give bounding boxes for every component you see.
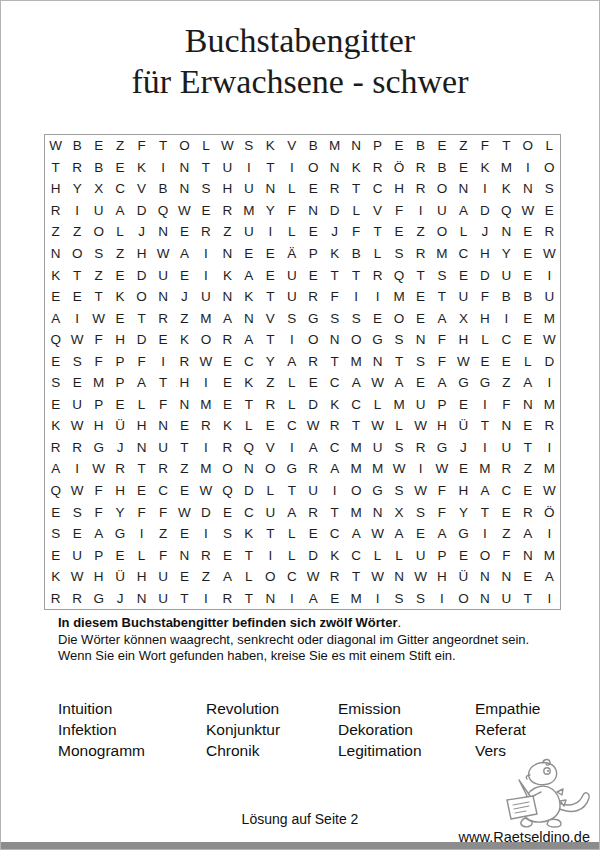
grid-cell[interactable]: H [131, 243, 152, 265]
grid-cell[interactable]: H [131, 566, 152, 588]
grid-cell[interactable]: R [217, 587, 238, 609]
grid-cell[interactable]: M [496, 157, 517, 179]
grid-cell[interactable]: F [431, 480, 452, 502]
grid-cell[interactable]: M [345, 458, 366, 480]
grid-cell[interactable]: O [88, 221, 109, 243]
grid-cell[interactable]: E [410, 286, 431, 308]
grid-cell[interactable]: P [109, 372, 130, 394]
grid-cell[interactable]: N [496, 566, 517, 588]
grid-cell[interactable]: U [88, 200, 109, 222]
grid-cell[interactable]: E [174, 221, 195, 243]
grid-cell[interactable]: B [496, 286, 517, 308]
grid-cell[interactable]: I [539, 372, 560, 394]
grid-cell[interactable]: C [324, 437, 345, 459]
grid-cell[interactable]: T [431, 286, 452, 308]
grid-cell[interactable]: W [66, 415, 87, 437]
grid-cell[interactable]: E [388, 135, 409, 157]
grid-cell[interactable]: K [324, 394, 345, 416]
grid-cell[interactable]: F [474, 135, 495, 157]
grid-cell[interactable]: O [345, 480, 366, 502]
grid-cell[interactable]: P [109, 350, 130, 372]
grid-cell[interactable]: T [345, 566, 366, 588]
grid-cell[interactable]: O [539, 157, 560, 179]
grid-cell[interactable]: T [474, 501, 495, 523]
grid-cell[interactable]: W [195, 480, 216, 502]
grid-cell[interactable]: N [174, 178, 195, 200]
grid-cell[interactable]: O [474, 544, 495, 566]
grid-cell[interactable]: U [410, 394, 431, 416]
grid-cell[interactable]: T [388, 350, 409, 372]
grid-cell[interactable]: D [474, 200, 495, 222]
grid-cell[interactable]: N [238, 307, 259, 329]
grid-cell[interactable]: C [367, 178, 388, 200]
grid-cell[interactable]: E [45, 350, 66, 372]
grid-cell[interactable]: T [324, 350, 345, 372]
grid-cell[interactable]: M [195, 458, 216, 480]
grid-cell[interactable]: O [453, 587, 474, 609]
grid-cell[interactable]: E [66, 372, 87, 394]
grid-cell[interactable]: K [345, 157, 366, 179]
grid-cell[interactable]: I [281, 329, 302, 351]
grid-cell[interactable]: A [388, 372, 409, 394]
grid-cell[interactable]: E [517, 566, 538, 588]
grid-cell[interactable]: A [345, 372, 366, 394]
grid-cell[interactable]: P [88, 544, 109, 566]
grid-cell[interactable]: A [88, 523, 109, 545]
grid-cell[interactable]: K [324, 243, 345, 265]
grid-cell[interactable]: J [109, 437, 130, 459]
grid-cell[interactable]: E [174, 566, 195, 588]
grid-cell[interactable]: T [345, 415, 366, 437]
grid-cell[interactable]: Ü [453, 415, 474, 437]
grid-cell[interactable]: M [195, 394, 216, 416]
grid-cell[interactable]: Z [109, 243, 130, 265]
grid-cell[interactable]: I [367, 587, 388, 609]
grid-cell[interactable]: M [539, 394, 560, 416]
grid-cell[interactable]: H [217, 178, 238, 200]
grid-cell[interactable]: W [66, 566, 87, 588]
grid-cell[interactable]: O [431, 178, 452, 200]
grid-cell[interactable]: L [281, 523, 302, 545]
grid-cell[interactable]: A [131, 372, 152, 394]
grid-cell[interactable]: I [66, 307, 87, 329]
grid-cell[interactable]: D [324, 200, 345, 222]
grid-cell[interactable]: I [281, 157, 302, 179]
grid-cell[interactable]: W [88, 458, 109, 480]
grid-cell[interactable]: K [174, 329, 195, 351]
grid-cell[interactable]: I [152, 157, 173, 179]
grid-cell[interactable]: D [303, 544, 324, 566]
grid-cell[interactable]: N [517, 544, 538, 566]
grid-cell[interactable]: T [367, 221, 388, 243]
grid-cell[interactable]: K [131, 157, 152, 179]
grid-cell[interactable]: U [281, 264, 302, 286]
grid-cell[interactable]: E [474, 350, 495, 372]
grid-cell[interactable]: B [88, 157, 109, 179]
grid-cell[interactable]: N [517, 178, 538, 200]
grid-cell[interactable]: N [174, 157, 195, 179]
grid-cell[interactable]: O [217, 458, 238, 480]
grid-cell[interactable]: R [496, 458, 517, 480]
grid-cell[interactable]: N [217, 286, 238, 308]
grid-cell[interactable]: P [367, 135, 388, 157]
grid-cell[interactable]: F [131, 501, 152, 523]
grid-cell[interactable]: O [431, 221, 452, 243]
grid-cell[interactable]: I [539, 523, 560, 545]
grid-cell[interactable]: E [66, 523, 87, 545]
grid-cell[interactable]: W [217, 135, 238, 157]
grid-cell[interactable]: H [388, 178, 409, 200]
grid-cell[interactable]: N [174, 394, 195, 416]
grid-cell[interactable]: H [45, 178, 66, 200]
grid-cell[interactable]: T [131, 458, 152, 480]
grid-cell[interactable]: O [195, 329, 216, 351]
grid-cell[interactable]: E [45, 544, 66, 566]
grid-cell[interactable]: R [539, 221, 560, 243]
grid-cell[interactable]: L [281, 394, 302, 416]
grid-cell[interactable]: I [410, 458, 431, 480]
grid-cell[interactable]: U [303, 480, 324, 502]
grid-cell[interactable]: Y [260, 200, 281, 222]
grid-cell[interactable]: E [517, 415, 538, 437]
grid-cell[interactable]: S [281, 307, 302, 329]
grid-cell[interactable]: T [324, 264, 345, 286]
grid-cell[interactable]: I [474, 178, 495, 200]
grid-cell[interactable]: F [496, 544, 517, 566]
grid-cell[interactable]: W [539, 480, 560, 502]
grid-cell[interactable]: D [474, 264, 495, 286]
grid-cell[interactable]: U [152, 587, 173, 609]
grid-cell[interactable]: M [345, 587, 366, 609]
grid-cell[interactable]: E [303, 221, 324, 243]
grid-cell[interactable]: E [238, 243, 259, 265]
grid-cell[interactable]: M [345, 437, 366, 459]
grid-cell[interactable]: G [281, 458, 302, 480]
grid-cell[interactable]: E [217, 394, 238, 416]
grid-cell[interactable]: G [431, 437, 452, 459]
grid-cell[interactable]: I [474, 437, 495, 459]
grid-cell[interactable]: E [174, 415, 195, 437]
grid-cell[interactable]: Ö [388, 157, 409, 179]
grid-cell[interactable]: Y [496, 243, 517, 265]
grid-cell[interactable]: Ä [281, 243, 302, 265]
grid-cell[interactable]: N [260, 587, 281, 609]
grid-cell[interactable]: N [45, 243, 66, 265]
grid-cell[interactable]: T [131, 307, 152, 329]
grid-cell[interactable]: N [152, 221, 173, 243]
grid-cell[interactable]: L [131, 394, 152, 416]
grid-cell[interactable]: T [238, 544, 259, 566]
grid-cell[interactable]: U [367, 437, 388, 459]
grid-cell[interactable]: R [303, 350, 324, 372]
grid-cell[interactable]: N [517, 394, 538, 416]
grid-cell[interactable]: V [281, 135, 302, 157]
grid-cell[interactable]: U [66, 394, 87, 416]
grid-cell[interactable]: K [238, 372, 259, 394]
grid-cell[interactable]: B [517, 286, 538, 308]
grid-cell[interactable]: W [152, 243, 173, 265]
grid-cell[interactable]: U [217, 157, 238, 179]
grid-cell[interactable]: W [66, 480, 87, 502]
grid-cell[interactable]: Z [174, 307, 195, 329]
grid-cell[interactable]: R [66, 437, 87, 459]
grid-cell[interactable]: E [260, 415, 281, 437]
grid-cell[interactable]: A [238, 329, 259, 351]
grid-cell[interactable]: Z [152, 523, 173, 545]
grid-cell[interactable]: G [303, 307, 324, 329]
grid-cell[interactable]: R [217, 329, 238, 351]
grid-cell[interactable]: M [345, 350, 366, 372]
grid-cell[interactable]: N [496, 221, 517, 243]
grid-cell[interactable]: F [152, 394, 173, 416]
grid-cell[interactable]: W [45, 135, 66, 157]
grid-cell[interactable]: I [195, 264, 216, 286]
grid-cell[interactable]: R [152, 307, 173, 329]
grid-cell[interactable]: N [131, 587, 152, 609]
grid-cell[interactable]: M [474, 458, 495, 480]
grid-cell[interactable]: E [496, 501, 517, 523]
grid-cell[interactable]: E [109, 394, 130, 416]
grid-cell[interactable]: W [66, 329, 87, 351]
grid-cell[interactable]: L [345, 200, 366, 222]
grid-cell[interactable]: W [453, 350, 474, 372]
grid-cell[interactable]: T [517, 587, 538, 609]
grid-cell[interactable]: U [496, 437, 517, 459]
grid-cell[interactable]: K [217, 264, 238, 286]
grid-cell[interactable]: Z [88, 264, 109, 286]
grid-cell[interactable]: Z [66, 221, 87, 243]
grid-cell[interactable]: H [453, 329, 474, 351]
grid-cell[interactable]: G [367, 329, 388, 351]
grid-cell[interactable]: J [474, 221, 495, 243]
grid-cell[interactable]: W [539, 243, 560, 265]
grid-cell[interactable]: N [496, 415, 517, 437]
grid-cell[interactable]: F [88, 501, 109, 523]
grid-cell[interactable]: W [367, 523, 388, 545]
grid-cell[interactable]: D [238, 480, 259, 502]
grid-cell[interactable]: U [195, 286, 216, 308]
grid-cell[interactable]: T [345, 178, 366, 200]
grid-cell[interactable]: A [345, 523, 366, 545]
grid-cell[interactable]: T [45, 157, 66, 179]
grid-cell[interactable]: P [88, 394, 109, 416]
grid-cell[interactable]: Z [496, 523, 517, 545]
grid-cell[interactable]: W [367, 566, 388, 588]
grid-cell[interactable]: X [453, 307, 474, 329]
grid-cell[interactable]: B [152, 178, 173, 200]
grid-cell[interactable]: S [195, 178, 216, 200]
grid-cell[interactable]: D [539, 350, 560, 372]
grid-cell[interactable]: N [260, 178, 281, 200]
grid-cell[interactable]: Z [45, 221, 66, 243]
grid-cell[interactable]: E [453, 264, 474, 286]
grid-cell[interactable]: K [238, 286, 259, 308]
grid-cell[interactable]: L [517, 350, 538, 372]
grid-cell[interactable]: D [131, 264, 152, 286]
grid-cell[interactable]: T [281, 480, 302, 502]
grid-cell[interactable]: S [88, 243, 109, 265]
grid-cell[interactable]: Y [453, 501, 474, 523]
grid-cell[interactable]: E [410, 523, 431, 545]
grid-cell[interactable]: S [345, 307, 366, 329]
grid-cell[interactable]: I [66, 200, 87, 222]
grid-cell[interactable]: E [260, 243, 281, 265]
grid-cell[interactable]: E [303, 523, 324, 545]
grid-cell[interactable]: K [109, 286, 130, 308]
grid-cell[interactable]: N [345, 135, 366, 157]
grid-cell[interactable]: H [431, 415, 452, 437]
grid-cell[interactable]: D [303, 394, 324, 416]
grid-cell[interactable]: Q [238, 437, 259, 459]
grid-cell[interactable]: B [66, 135, 87, 157]
grid-cell[interactable]: A [388, 523, 409, 545]
grid-cell[interactable]: R [303, 501, 324, 523]
grid-cell[interactable]: S [431, 264, 452, 286]
grid-cell[interactable]: A [431, 523, 452, 545]
grid-cell[interactable]: T [174, 437, 195, 459]
grid-cell[interactable]: E [131, 480, 152, 502]
grid-cell[interactable]: D [131, 200, 152, 222]
grid-cell[interactable]: T [238, 587, 259, 609]
grid-cell[interactable]: R [303, 458, 324, 480]
grid-cell[interactable]: G [474, 372, 495, 394]
grid-cell[interactable]: E [45, 501, 66, 523]
grid-cell[interactable]: S [539, 178, 560, 200]
grid-cell[interactable]: R [324, 178, 345, 200]
grid-cell[interactable]: C [281, 566, 302, 588]
grid-cell[interactable]: T [152, 135, 173, 157]
grid-cell[interactable]: R [367, 157, 388, 179]
grid-cell[interactable]: Ü [453, 566, 474, 588]
grid-cell[interactable]: G [453, 523, 474, 545]
grid-cell[interactable]: R [367, 264, 388, 286]
grid-cell[interactable]: H [453, 480, 474, 502]
grid-cell[interactable]: V [260, 307, 281, 329]
grid-cell[interactable]: K [324, 544, 345, 566]
grid-cell[interactable]: W [410, 566, 431, 588]
grid-cell[interactable]: Y [109, 501, 130, 523]
grid-cell[interactable]: U [152, 566, 173, 588]
grid-cell[interactable]: K [496, 178, 517, 200]
grid-cell[interactable]: N [174, 544, 195, 566]
grid-cell[interactable]: L [281, 544, 302, 566]
grid-cell[interactable]: C [453, 243, 474, 265]
grid-cell[interactable]: U [496, 587, 517, 609]
grid-cell[interactable]: A [303, 587, 324, 609]
grid-cell[interactable]: S [410, 501, 431, 523]
grid-cell[interactable]: T [88, 286, 109, 308]
grid-cell[interactable]: E [367, 307, 388, 329]
grid-cell[interactable]: E [303, 178, 324, 200]
grid-cell[interactable]: Q [217, 480, 238, 502]
grid-cell[interactable]: U [496, 264, 517, 286]
grid-cell[interactable]: T [517, 437, 538, 459]
grid-cell[interactable]: B [345, 243, 366, 265]
grid-cell[interactable]: E [517, 264, 538, 286]
grid-cell[interactable]: X [88, 178, 109, 200]
grid-cell[interactable]: S [388, 480, 409, 502]
grid-cell[interactable]: T [260, 286, 281, 308]
grid-cell[interactable]: T [474, 415, 495, 437]
grid-cell[interactable]: D [195, 501, 216, 523]
grid-cell[interactable]: K [45, 566, 66, 588]
grid-cell[interactable]: A [431, 307, 452, 329]
grid-cell[interactable]: E [453, 157, 474, 179]
grid-cell[interactable]: F [431, 350, 452, 372]
grid-cell[interactable]: C [152, 480, 173, 502]
grid-cell[interactable]: R [324, 415, 345, 437]
grid-cell[interactable]: C [324, 372, 345, 394]
grid-cell[interactable]: T [324, 501, 345, 523]
grid-cell[interactable]: R [195, 544, 216, 566]
grid-cell[interactable]: I [410, 200, 431, 222]
grid-cell[interactable]: Z [260, 372, 281, 394]
grid-cell[interactable]: M [539, 307, 560, 329]
grid-cell[interactable]: H [109, 329, 130, 351]
grid-cell[interactable]: E [260, 264, 281, 286]
grid-cell[interactable]: B [431, 157, 452, 179]
grid-cell[interactable]: W [88, 307, 109, 329]
grid-cell[interactable]: N [303, 200, 324, 222]
grid-cell[interactable]: V [260, 437, 281, 459]
grid-cell[interactable]: Z [217, 221, 238, 243]
grid-cell[interactable]: H [174, 372, 195, 394]
grid-cell[interactable]: W [517, 200, 538, 222]
grid-cell[interactable]: F [281, 200, 302, 222]
grid-cell[interactable]: L [260, 480, 281, 502]
grid-cell[interactable]: L [367, 243, 388, 265]
grid-cell[interactable]: F [131, 350, 152, 372]
grid-cell[interactable]: N [152, 286, 173, 308]
grid-cell[interactable]: T [260, 157, 281, 179]
grid-cell[interactable]: R [174, 350, 195, 372]
grid-cell[interactable]: Z [517, 458, 538, 480]
grid-cell[interactable]: T [260, 523, 281, 545]
grid-cell[interactable]: N [453, 178, 474, 200]
grid-cell[interactable]: E [45, 286, 66, 308]
grid-cell[interactable]: I [517, 157, 538, 179]
grid-cell[interactable]: O [303, 329, 324, 351]
grid-cell[interactable]: L [131, 544, 152, 566]
grid-cell[interactable]: Q [45, 329, 66, 351]
grid-cell[interactable]: L [388, 415, 409, 437]
grid-cell[interactable]: N [367, 350, 388, 372]
grid-cell[interactable]: L [195, 135, 216, 157]
grid-cell[interactable]: M [195, 307, 216, 329]
grid-cell[interactable]: I [195, 372, 216, 394]
grid-cell[interactable]: R [410, 437, 431, 459]
grid-cell[interactable]: M [238, 200, 259, 222]
grid-cell[interactable]: E [517, 480, 538, 502]
grid-cell[interactable]: F [88, 329, 109, 351]
grid-cell[interactable]: S [410, 587, 431, 609]
grid-cell[interactable]: I [195, 437, 216, 459]
grid-cell[interactable]: I [195, 523, 216, 545]
grid-cell[interactable]: A [217, 566, 238, 588]
grid-cell[interactable]: T [410, 264, 431, 286]
grid-cell[interactable]: I [152, 350, 173, 372]
grid-cell[interactable]: N [324, 157, 345, 179]
grid-cell[interactable]: L [474, 329, 495, 351]
grid-cell[interactable]: M [539, 458, 560, 480]
grid-cell[interactable]: S [45, 523, 66, 545]
grid-cell[interactable]: P [431, 544, 452, 566]
grid-cell[interactable]: I [260, 221, 281, 243]
grid-cell[interactable]: E [303, 264, 324, 286]
grid-cell[interactable]: F [345, 221, 366, 243]
grid-cell[interactable]: Z [496, 372, 517, 394]
grid-cell[interactable]: U [152, 264, 173, 286]
